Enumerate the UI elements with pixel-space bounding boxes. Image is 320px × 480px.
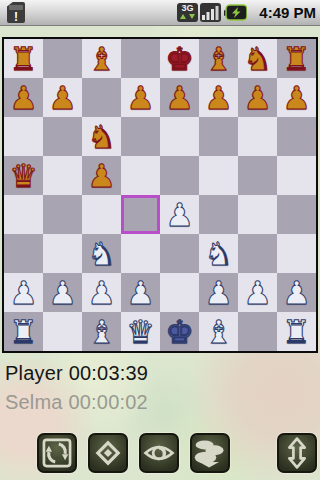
square-d8[interactable]: [121, 39, 160, 78]
square-e1[interactable]: ♚: [160, 312, 199, 351]
piece-white-pawn: ♟: [277, 273, 316, 312]
clock-time: 4:49 PM: [259, 4, 316, 21]
player-clock: Player 00:03:39: [5, 362, 148, 385]
square-g2[interactable]: ♟: [238, 273, 277, 312]
square-e5[interactable]: [160, 156, 199, 195]
square-b2[interactable]: ♟: [43, 273, 82, 312]
square-a8[interactable]: ♜: [4, 39, 43, 78]
status-bar: ! 3G 4:49 PM: [0, 0, 320, 26]
square-e6[interactable]: [160, 117, 199, 156]
square-e3[interactable]: [160, 234, 199, 273]
piece-white-knight: ♞: [82, 234, 121, 273]
square-h2[interactable]: ♟: [277, 273, 316, 312]
square-f6[interactable]: [199, 117, 238, 156]
square-h5[interactable]: [277, 156, 316, 195]
square-a5[interactable]: ♛: [4, 156, 43, 195]
piece-black-pawn: ♟: [82, 156, 121, 195]
square-f3[interactable]: ♞: [199, 234, 238, 273]
square-e8[interactable]: ♚: [160, 39, 199, 78]
square-g3[interactable]: [238, 234, 277, 273]
square-f4[interactable]: [199, 195, 238, 234]
square-c3[interactable]: ♞: [82, 234, 121, 273]
piece-white-pawn: ♟: [82, 273, 121, 312]
refresh-button[interactable]: [37, 433, 77, 473]
opponent-clock: Selma 00:00:02: [5, 391, 148, 414]
square-f1[interactable]: ♝: [199, 312, 238, 351]
square-a7[interactable]: ♟: [4, 78, 43, 117]
piece-black-pawn: ♟: [160, 78, 199, 117]
square-a3[interactable]: [4, 234, 43, 273]
square-c2[interactable]: ♟: [82, 273, 121, 312]
square-h1[interactable]: ♜: [277, 312, 316, 351]
square-g4[interactable]: [238, 195, 277, 234]
square-g1[interactable]: [238, 312, 277, 351]
piece-black-queen: ♛: [4, 156, 43, 195]
piece-white-pawn: ♟: [199, 273, 238, 312]
square-e4[interactable]: ♟: [160, 195, 199, 234]
piece-white-queen: ♛: [121, 312, 160, 351]
square-e7[interactable]: ♟: [160, 78, 199, 117]
square-c4[interactable]: [82, 195, 121, 234]
square-f5[interactable]: [199, 156, 238, 195]
piece-white-rook: ♜: [4, 312, 43, 351]
player-time: 00:03:39: [69, 362, 148, 384]
diamond-button[interactable]: [88, 433, 128, 473]
piece-black-pawn: ♟: [43, 78, 82, 117]
player-label: Player: [5, 362, 63, 384]
piece-black-knight: ♞: [82, 117, 121, 156]
square-c1[interactable]: ♝: [82, 312, 121, 351]
square-d7[interactable]: ♟: [121, 78, 160, 117]
signal-strength-icon: [200, 3, 221, 22]
piece-white-king: ♚: [160, 312, 199, 351]
square-g5[interactable]: [238, 156, 277, 195]
square-b5[interactable]: [43, 156, 82, 195]
eye-button[interactable]: [139, 433, 179, 473]
sdcard-warning-icon: !: [7, 2, 25, 23]
square-b3[interactable]: [43, 234, 82, 273]
square-d1[interactable]: ♛: [121, 312, 160, 351]
opponent-time: 00:00:02: [68, 391, 147, 413]
square-d2[interactable]: ♟: [121, 273, 160, 312]
clouds-button[interactable]: [190, 433, 230, 473]
square-h3[interactable]: [277, 234, 316, 273]
square-h7[interactable]: ♟: [277, 78, 316, 117]
piece-black-bishop: ♝: [82, 39, 121, 78]
battery-charging-icon: [224, 4, 247, 21]
piece-white-rook: ♜: [277, 312, 316, 351]
piece-black-bishop: ♝: [199, 39, 238, 78]
piece-white-pawn: ♟: [160, 195, 199, 234]
square-f7[interactable]: ♟: [199, 78, 238, 117]
piece-white-pawn: ♟: [121, 273, 160, 312]
network-3g-icon: 3G: [177, 3, 198, 22]
piece-black-pawn: ♟: [238, 78, 277, 117]
network-label: 3G: [177, 3, 198, 14]
piece-black-pawn: ♟: [199, 78, 238, 117]
square-g8[interactable]: ♞: [238, 39, 277, 78]
square-c7[interactable]: [82, 78, 121, 117]
square-h4[interactable]: [277, 195, 316, 234]
piece-white-pawn: ♟: [4, 273, 43, 312]
piece-white-bishop: ♝: [82, 312, 121, 351]
square-c6[interactable]: ♞: [82, 117, 121, 156]
square-d5[interactable]: [121, 156, 160, 195]
square-d4[interactable]: [121, 195, 160, 234]
square-a6[interactable]: [4, 117, 43, 156]
square-a4[interactable]: [4, 195, 43, 234]
square-h6[interactable]: [277, 117, 316, 156]
piece-black-rook: ♜: [4, 39, 43, 78]
piece-white-pawn: ♟: [238, 273, 277, 312]
square-d3[interactable]: [121, 234, 160, 273]
square-b1[interactable]: [43, 312, 82, 351]
piece-black-king: ♚: [160, 39, 199, 78]
up-down-button[interactable]: [277, 433, 317, 473]
chess-board[interactable]: ♜♝♚♝♞♜♟♟♟♟♟♟♟♞♛♟♟♞♞♟♟♟♟♟♟♟♜♝♛♚♝♜: [2, 37, 318, 353]
square-f8[interactable]: ♝: [199, 39, 238, 78]
square-b6[interactable]: [43, 117, 82, 156]
square-c8[interactable]: ♝: [82, 39, 121, 78]
piece-black-pawn: ♟: [4, 78, 43, 117]
square-b8[interactable]: [43, 39, 82, 78]
square-b4[interactable]: [43, 195, 82, 234]
opponent-label: Selma: [5, 391, 63, 413]
square-a1[interactable]: ♜: [4, 312, 43, 351]
piece-white-bishop: ♝: [199, 312, 238, 351]
piece-white-pawn: ♟: [43, 273, 82, 312]
piece-black-pawn: ♟: [277, 78, 316, 117]
piece-white-knight: ♞: [199, 234, 238, 273]
square-a2[interactable]: ♟: [4, 273, 43, 312]
piece-black-knight: ♞: [238, 39, 277, 78]
piece-black-rook: ♜: [277, 39, 316, 78]
square-g7[interactable]: ♟: [238, 78, 277, 117]
square-f2[interactable]: ♟: [199, 273, 238, 312]
square-c5[interactable]: ♟: [82, 156, 121, 195]
square-e2[interactable]: [160, 273, 199, 312]
square-b7[interactable]: ♟: [43, 78, 82, 117]
square-d6[interactable]: [121, 117, 160, 156]
square-h8[interactable]: ♜: [277, 39, 316, 78]
piece-black-pawn: ♟: [121, 78, 160, 117]
square-g6[interactable]: [238, 117, 277, 156]
